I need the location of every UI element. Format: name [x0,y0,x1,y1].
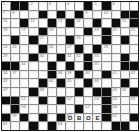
cell-r11c7[interactable] [57,88,65,96]
cell-r15c4-black [29,122,37,130]
cell-r6c7[interactable] [57,45,65,53]
cell-r11c3[interactable] [20,88,28,96]
cell-r7c8[interactable]: 31 [66,54,74,62]
clue-number: 22 [40,36,44,40]
cell-r14c11[interactable]: E [93,114,101,122]
cell-r6c8[interactable]: 27 [66,45,74,53]
cell-r9c1[interactable]: 36 [2,71,10,79]
cell-r14c3-black [20,114,28,122]
cell-r13c3[interactable]: 56 [20,105,28,113]
cell-r2c6[interactable] [48,11,56,19]
cell-r1c10-black [84,2,92,10]
cell-r6c5-black [39,45,47,53]
clue-number: 47 [3,88,7,92]
cell-r3c4[interactable]: 12 [29,19,37,27]
cell-r2c14-black [121,11,129,19]
cell-r11c15-black [130,88,138,96]
cell-r3c13-black [112,19,120,27]
cell-r8c11[interactable]: 35 [93,62,101,70]
clue-number: 12 [30,19,34,23]
cell-r8c4[interactable] [29,62,37,70]
clue-number: 25 [12,45,16,49]
cell-r2c15-black [130,11,138,19]
cell-r13c12-black [102,105,110,113]
clue-number: 31 [67,54,71,58]
cell-r5c15[interactable] [130,36,138,44]
cell-r13c11[interactable] [93,105,101,113]
cell-r10c2[interactable] [11,79,19,87]
cell-r1c4[interactable]: 2 [29,2,37,10]
clue-number: 61 [113,114,117,118]
cell-r5c2-black [11,36,19,44]
cell-r13c5[interactable] [39,105,47,113]
clue-number: 3 [49,2,51,6]
cell-r11c8[interactable] [66,88,74,96]
cell-r1c3-black [20,2,28,10]
cell-r5c8-black [66,36,74,44]
cell-r13c9-black [75,105,83,113]
cell-r2c11[interactable] [93,11,101,19]
cell-r5c4-black [29,36,37,44]
clue-number: 8 [12,11,14,15]
clue-number: 55 [131,97,135,101]
cell-r13c15[interactable] [130,105,138,113]
clue-number: 6 [113,2,115,6]
clue-number: 39 [67,71,71,75]
cell-r13c1[interactable] [2,105,10,113]
cell-r15c5[interactable] [39,122,47,130]
cell-r9c13[interactable]: 41 [112,71,120,79]
cell-r6c11-black [93,45,101,53]
clue-number: 23 [76,36,80,40]
cell-r5c5[interactable]: 22 [39,36,47,44]
cell-r13c7[interactable] [57,105,65,113]
cell-r14c2[interactable]: 59 [11,114,19,122]
cell-r11c14[interactable]: 50 [121,88,129,96]
cell-r5c3[interactable] [20,36,28,44]
cell-r10c3[interactable] [20,79,28,87]
cell-r13c6[interactable] [48,105,56,113]
clue-number: 48 [40,88,44,92]
clue-number: 50 [122,88,126,92]
cell-r15c9[interactable] [75,122,83,130]
solved-letter: O [84,114,92,122]
cell-r8c1-black [2,62,10,70]
cell-r6c12[interactable]: 28 [102,45,110,53]
cell-r7c14-black [121,54,129,62]
clue-number: 27 [67,45,71,49]
cell-r1c14[interactable] [121,2,129,10]
solved-letter: B [75,114,83,122]
cell-r14c12-black [102,114,110,122]
cell-r2c2[interactable]: 8 [11,11,19,19]
clue-number: 15 [122,19,126,23]
clue-number: 16 [3,28,7,32]
cell-r9c12-black [102,71,110,79]
cell-r12c3[interactable]: 51 [20,97,28,105]
cell-r5c7[interactable] [57,36,65,44]
cell-r11c11-black [93,88,101,96]
cell-r5c6[interactable] [48,36,56,44]
cell-r9c5[interactable] [39,71,47,79]
cell-r14c7-black [57,114,65,122]
cell-r1c2-black [11,2,19,10]
cell-r8c2-black [11,62,19,70]
clue-number: 35 [94,62,98,66]
cell-r1c11[interactable]: 5 [93,2,101,10]
cell-r10c6[interactable]: 44 [48,79,56,87]
cell-r3c10[interactable] [84,19,92,27]
cell-r10c4[interactable] [29,79,37,87]
cell-r10c15[interactable] [130,79,138,87]
clue-number: 51 [21,97,25,101]
cell-r12c11[interactable]: 53 [93,97,101,105]
cell-r9c4[interactable] [29,71,37,79]
clue-number: 41 [113,71,117,75]
cell-r2c3[interactable] [20,11,28,19]
cell-r15c11[interactable] [93,122,101,130]
clue-number: 46 [94,79,98,83]
cell-r15c14-black [121,122,129,130]
cell-r15c3[interactable] [20,122,28,130]
cell-r2c13[interactable] [112,11,120,19]
cell-r11c9-black [75,88,83,96]
clue-number: 17 [21,28,25,32]
cell-r9c3[interactable] [20,71,28,79]
cell-r6c6[interactable]: 26 [48,45,56,53]
clue-number: 63 [58,122,62,126]
cell-r11c6[interactable] [48,88,56,96]
cell-r11c5[interactable]: 48 [39,88,47,96]
cell-r4c1[interactable]: 16 [2,28,10,36]
cell-r12c2-black [11,97,19,105]
cell-r7c12[interactable] [102,54,110,62]
cell-r5c13[interactable] [112,36,120,44]
cell-r8c13[interactable] [112,62,120,70]
clue-number: 57 [85,105,89,109]
cell-r5c12-black [102,36,110,44]
cell-r7c11[interactable]: 33 [93,54,101,62]
cell-r11c2[interactable] [11,88,19,96]
cell-r4c12-black [102,28,110,36]
cell-r9c14[interactable] [121,71,129,79]
cell-r10c12[interactable] [102,79,110,87]
cell-r10c8[interactable]: 45 [66,79,74,87]
cell-r9c9-black [75,71,83,79]
clue-number: 58 [113,105,117,109]
clue-number: 44 [49,79,53,83]
cell-r12c14[interactable] [121,97,129,105]
cell-r2c12[interactable]: 10 [102,11,110,19]
clue-number: 42 [131,71,135,75]
cell-r11c4-black [29,88,37,96]
cell-r9c7[interactable]: 38 [57,71,65,79]
cell-r7c13[interactable] [112,54,120,62]
cell-r3c3-black [20,19,28,27]
cell-r5c1[interactable] [2,36,10,44]
cell-r12c10[interactable] [84,97,92,105]
cell-r6c2[interactable]: 25 [11,45,19,53]
cell-r9c2[interactable]: 37 [11,71,19,79]
cell-r2c10[interactable]: 9 [84,11,92,19]
cell-r12c8[interactable]: 52 [66,97,74,105]
clue-number: 10 [103,11,107,15]
cell-r7c15[interactable] [130,54,138,62]
cell-r14c13[interactable]: 61 [112,114,120,122]
cell-r4c6[interactable]: 18 [48,28,56,36]
cell-r10c11[interactable]: 46 [93,79,101,87]
cell-r14c14[interactable] [121,114,129,122]
cell-r4c5-black [39,28,47,36]
clue-number: 4 [67,2,69,6]
cell-r2c8[interactable] [66,11,74,19]
cell-r15c15[interactable] [130,122,138,130]
cell-r1c9[interactable] [75,2,83,10]
clue-number: 36 [3,71,7,75]
cell-r13c13[interactable]: 58 [112,105,120,113]
clue-number: 26 [49,45,53,49]
cell-r12c15[interactable]: 55 [130,97,138,105]
cell-r3c12[interactable] [102,19,110,27]
cell-r14c15-black [130,114,138,122]
cell-r13c2-black [11,105,19,113]
cell-r1c13[interactable]: 6 [112,2,120,10]
cell-r8c14-black [121,62,129,70]
cell-r3c14[interactable]: 15 [121,19,129,27]
crossword-grid: 1234567891011121314151617181920212223242… [1,1,139,131]
cell-r1c8[interactable]: 4 [66,2,74,10]
cell-r15c13-black [112,122,120,130]
clue-number: 28 [103,45,107,49]
cell-r15c7[interactable]: 63 [57,122,65,130]
cell-r4c8[interactable] [66,28,74,36]
cell-r11c13[interactable]: 49 [112,88,120,96]
clue-number: 56 [21,105,25,109]
cell-r9c10[interactable]: 40 [84,71,92,79]
cell-r12c7-black [57,97,65,105]
clue-number: 13 [58,19,62,23]
cell-r14c5-black [39,114,47,122]
cell-r3c5[interactable] [39,19,47,27]
cell-r1c12-black [102,2,110,10]
cell-r4c14[interactable] [121,28,129,36]
cell-r4c4[interactable] [29,28,37,36]
cell-r2c5-black [39,11,47,19]
cell-r5c11[interactable] [93,36,101,44]
cell-r10c13[interactable] [112,79,120,87]
cell-r13c14[interactable] [121,105,129,113]
cell-r1c15[interactable] [130,2,138,10]
clue-number: 5 [94,2,96,6]
cell-r1c7[interactable] [57,2,65,10]
clue-number: 7 [3,11,5,15]
clue-number: 18 [49,28,53,32]
cell-r10c10-black [84,79,92,87]
cell-r6c9-black [75,45,83,53]
cell-r14c1-black [2,114,10,122]
cell-r10c14-black [121,79,129,87]
cell-r3c1[interactable]: 11 [2,19,10,27]
cell-r4c3[interactable]: 17 [20,28,28,36]
cell-r4c2[interactable] [11,28,19,36]
cell-r3c15-black [130,19,138,27]
cell-r3c11-black [93,19,101,27]
cell-r14c8[interactable]: 60O [66,114,74,122]
cell-r8c8-black [66,62,74,70]
clue-number: 62 [3,122,7,126]
cell-r6c14[interactable] [121,45,129,53]
cell-r7c4-black [29,54,37,62]
cell-r15c12[interactable] [102,122,110,130]
cell-r12c4[interactable] [29,97,37,105]
cell-r5c10[interactable] [84,36,92,44]
clue-number: 40 [85,71,89,75]
cell-r6c3[interactable] [20,45,28,53]
clue-number: 24 [3,45,7,49]
clue-number: 52 [67,97,71,101]
clue-number: 53 [94,97,98,101]
cell-r3c2[interactable] [11,19,19,27]
cell-r13c4[interactable] [29,105,37,113]
solved-letter: E [93,114,101,122]
clue-number: 59 [12,114,16,118]
cell-r3c9[interactable]: 14 [75,19,83,27]
cell-r14c6[interactable] [48,114,56,122]
cell-r8c6-black [48,62,56,70]
cell-r7c3[interactable] [20,54,28,62]
cell-r10c7-black [57,79,65,87]
cell-r8c15-black [130,62,138,70]
cell-r6c13[interactable] [112,45,120,53]
clue-number: 49 [113,88,117,92]
cell-r12c6[interactable] [48,97,56,105]
cell-r11c1[interactable]: 47 [2,88,10,96]
cell-r12c5-black [39,97,47,105]
cell-r8c12[interactable] [102,62,110,70]
cell-r7c2[interactable] [11,54,19,62]
cell-r12c12-black [102,97,110,105]
cell-r2c7-black [57,11,65,19]
cell-r1c5[interactable] [39,2,47,10]
cell-r14c4[interactable] [29,114,37,122]
cell-r5c9[interactable]: 23 [75,36,83,44]
clue-number: 2 [30,2,32,6]
cell-r9c15[interactable]: 42 [130,71,138,79]
cell-r5c14-black [121,36,129,44]
cell-r8c5[interactable] [39,62,47,70]
cell-r4c13[interactable]: 20 [112,28,120,36]
cell-r9c6-black [48,71,56,79]
cell-r12c9[interactable] [75,97,83,105]
cell-r2c1[interactable]: 7 [2,11,10,19]
cell-r8c3[interactable]: 34 [20,62,28,70]
clue-number: 29 [3,54,7,58]
cell-r8c10-black [84,62,92,70]
cell-r2c4[interactable] [29,11,37,19]
cell-r13c10[interactable]: 57 [84,105,92,113]
clue-number: 45 [67,79,71,83]
clue-number: 1 [3,2,5,6]
cell-r10c1[interactable]: 43 [2,79,10,87]
cell-r7c10-black [84,54,92,62]
cell-r7c9[interactable]: 32 [75,54,83,62]
clue-number: 14 [76,19,80,23]
clue-number: 32 [76,54,80,58]
clue-number: 54 [113,97,117,101]
cell-r8c7[interactable] [57,62,65,70]
cell-r6c4[interactable] [29,45,37,53]
cell-r9c11[interactable] [93,71,101,79]
cell-r15c2[interactable] [11,122,19,130]
cell-r7c6[interactable] [48,54,56,62]
cell-r15c6-black [48,122,56,130]
cell-r8c9[interactable] [75,62,83,70]
cell-r4c10-black [84,28,92,36]
clue-number: 43 [3,79,7,83]
clue-number: 20 [113,28,117,32]
clue-number: 38 [58,71,62,75]
cell-r12c1-black [2,97,10,105]
solved-letter: O [66,114,74,122]
cell-r6c1[interactable]: 24 [2,45,10,53]
cell-r13c8[interactable] [66,105,74,113]
cell-r4c9[interactable] [75,28,83,36]
cell-r11c10[interactable] [84,88,92,96]
cell-r7c7-black [57,54,65,62]
cell-r3c6-black [48,19,56,27]
clue-number: 33 [94,54,98,58]
clue-number: 21 [131,28,135,32]
cell-r7c1[interactable]: 29 [2,54,10,62]
cell-r7c5[interactable]: 30 [39,54,47,62]
cell-r1c1[interactable]: 1 [2,2,10,10]
cell-r3c8-black [66,19,74,27]
cell-r14c9[interactable]: B [75,114,83,122]
cell-r9c8[interactable]: 39 [66,71,74,79]
cell-r6c10[interactable] [84,45,92,53]
clue-number: 30 [40,54,44,58]
cell-r12c13[interactable]: 54 [112,97,120,105]
cell-r3c7[interactable]: 13 [57,19,65,27]
clue-number: 34 [21,62,25,66]
cell-r15c1[interactable]: 62 [2,122,10,130]
cell-r6c15[interactable] [130,45,138,53]
cell-r11c12-black [102,88,110,96]
clue-number: 9 [85,11,87,15]
cell-r10c5-black [39,79,47,87]
cell-r2c9-black [75,11,83,19]
cell-r14c10[interactable]: O [84,114,92,122]
clue-number: 37 [12,71,16,75]
clue-number: 11 [3,19,7,23]
cell-r4c11[interactable]: 19 [93,28,101,36]
cell-r15c8[interactable] [66,122,74,130]
crossword-board: 1234567891011121314151617181920212223242… [0,0,140,132]
clue-number: 19 [94,28,98,32]
cell-r10c9[interactable] [75,79,83,87]
cell-r1c6[interactable]: 3 [48,2,56,10]
cell-r4c15[interactable]: 21 [130,28,138,36]
cell-r15c10[interactable] [84,122,92,130]
cell-r4c7[interactable] [57,28,65,36]
